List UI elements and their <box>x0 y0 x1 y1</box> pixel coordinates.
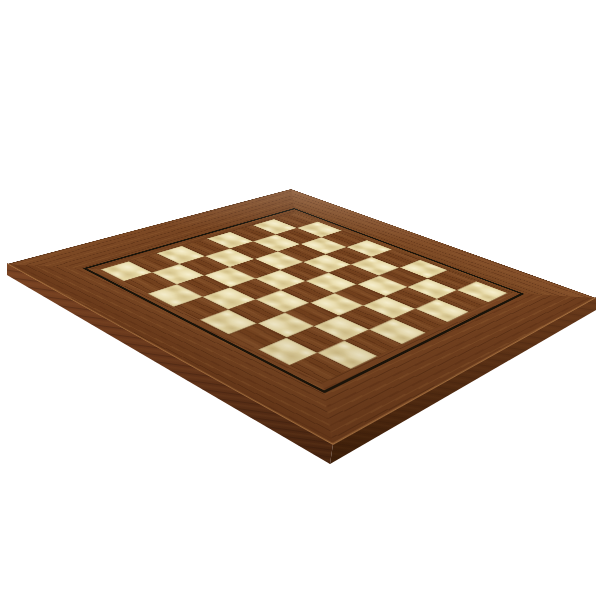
product-photo-stage <box>0 0 600 600</box>
